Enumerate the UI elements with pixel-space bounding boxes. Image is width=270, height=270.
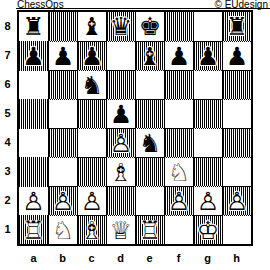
- square-d1[interactable]: ♛♕: [106, 215, 135, 244]
- square-d6[interactable]: [106, 70, 135, 99]
- square-h7[interactable]: ♟: [222, 41, 251, 70]
- square-f8[interactable]: [164, 12, 193, 41]
- white-pawn: ♙: [78, 187, 106, 215]
- white-pawn-fill: ♟: [19, 187, 48, 215]
- square-g4[interactable]: [193, 128, 222, 157]
- white-knight: ♘: [165, 158, 193, 186]
- file-label-h: h: [222, 251, 251, 265]
- square-c5[interactable]: [77, 99, 106, 128]
- square-c6[interactable]: ♞: [77, 70, 106, 99]
- white-rook: ♖: [136, 216, 164, 244]
- square-c3[interactable]: [77, 157, 106, 186]
- black-pawn: ♟: [107, 100, 135, 128]
- file-label-d: d: [106, 251, 135, 265]
- square-g6[interactable]: [193, 70, 222, 99]
- file-label-c: c: [77, 251, 106, 265]
- square-a8[interactable]: ♜: [19, 12, 48, 41]
- chess-board: ♜♝♛♚♜♟♟♟♝♟♟♟♞♟♟♙♞♝♗♞♘♟♙♟♙♟♙♟♙♟♙♟♙♜♖♞♘♝♗♛…: [17, 10, 253, 246]
- square-h3[interactable]: [222, 157, 251, 186]
- black-pawn: ♟: [49, 42, 77, 70]
- black-rook: ♜: [223, 12, 251, 41]
- square-c1[interactable]: ♝♗: [77, 215, 106, 244]
- white-rook-fill: ♜: [19, 216, 48, 244]
- square-d3[interactable]: ♝♗: [106, 157, 135, 186]
- square-g1[interactable]: ♚♔: [193, 215, 222, 244]
- rank-label-6: 6: [0, 70, 15, 99]
- white-pawn: ♙: [194, 187, 222, 215]
- square-a3[interactable]: [19, 157, 48, 186]
- square-f3[interactable]: ♞♘: [164, 157, 193, 186]
- square-d7[interactable]: [106, 41, 135, 70]
- black-king: ♚: [136, 12, 164, 41]
- white-bishop-fill: ♝: [107, 158, 135, 186]
- square-g2[interactable]: ♟♙: [193, 186, 222, 215]
- square-f6[interactable]: [164, 70, 193, 99]
- black-bishop: ♝: [136, 42, 164, 70]
- square-f7[interactable]: ♟: [164, 41, 193, 70]
- square-f2[interactable]: ♟♙: [164, 186, 193, 215]
- square-e8[interactable]: ♚: [135, 12, 164, 41]
- white-pawn: ♙: [223, 187, 251, 215]
- black-knight: ♞: [78, 71, 106, 99]
- white-pawn: ♙: [165, 187, 193, 215]
- file-label-b: b: [48, 251, 77, 265]
- white-queen: ♕: [107, 216, 135, 244]
- rank-label-3: 3: [0, 157, 15, 186]
- white-queen-fill: ♛: [107, 216, 135, 244]
- square-b8[interactable]: [48, 12, 77, 41]
- black-pawn: ♟: [78, 42, 106, 70]
- white-king-fill: ♚: [194, 216, 222, 244]
- white-rook-fill: ♜: [136, 216, 164, 244]
- square-c2[interactable]: ♟♙: [77, 186, 106, 215]
- black-queen: ♛: [107, 12, 135, 41]
- file-label-a: a: [19, 251, 48, 265]
- white-knight: ♘: [49, 216, 77, 244]
- square-h8[interactable]: ♜: [222, 12, 251, 41]
- file-label-f: f: [164, 251, 193, 265]
- rank-label-7: 7: [0, 41, 15, 70]
- white-king: ♔: [194, 216, 222, 244]
- square-f4[interactable]: [164, 128, 193, 157]
- square-e4[interactable]: ♞: [135, 128, 164, 157]
- square-g7[interactable]: ♟: [193, 41, 222, 70]
- header-divider: [16, 8, 270, 9]
- square-a1[interactable]: ♜♖: [19, 215, 48, 244]
- white-knight-fill: ♞: [165, 158, 193, 186]
- white-bishop: ♗: [78, 216, 106, 244]
- square-h6[interactable]: [222, 70, 251, 99]
- file-label-g: g: [193, 251, 222, 265]
- black-knight: ♞: [136, 129, 164, 157]
- square-d2[interactable]: [106, 186, 135, 215]
- white-pawn-fill: ♟: [107, 129, 135, 157]
- white-bishop-fill: ♝: [78, 216, 106, 244]
- square-e6[interactable]: [135, 70, 164, 99]
- white-rook: ♖: [19, 216, 48, 244]
- white-pawn: ♙: [107, 129, 135, 157]
- white-pawn-fill: ♟: [78, 187, 106, 215]
- white-bishop: ♗: [107, 158, 135, 186]
- square-g8[interactable]: [193, 12, 222, 41]
- black-bishop: ♝: [78, 12, 106, 41]
- square-a2[interactable]: ♟♙: [19, 186, 48, 215]
- white-pawn-fill: ♟: [49, 187, 77, 215]
- square-b6[interactable]: [48, 70, 77, 99]
- square-c8[interactable]: ♝: [77, 12, 106, 41]
- square-b7[interactable]: ♟: [48, 41, 77, 70]
- square-d8[interactable]: ♛: [106, 12, 135, 41]
- rank-label-8: 8: [0, 12, 15, 41]
- white-pawn-fill: ♟: [223, 187, 251, 215]
- square-g3[interactable]: [193, 157, 222, 186]
- square-h1[interactable]: [222, 215, 251, 244]
- square-c4[interactable]: [77, 128, 106, 157]
- square-b4[interactable]: [48, 128, 77, 157]
- square-e1[interactable]: ♜♖: [135, 215, 164, 244]
- square-b1[interactable]: ♞♘: [48, 215, 77, 244]
- square-c7[interactable]: ♟: [77, 41, 106, 70]
- square-b3[interactable]: [48, 157, 77, 186]
- square-h2[interactable]: ♟♙: [222, 186, 251, 215]
- rank-label-2: 2: [0, 186, 15, 215]
- square-e2[interactable]: [135, 186, 164, 215]
- file-label-e: e: [135, 251, 164, 265]
- rank-label-5: 5: [0, 99, 15, 128]
- black-pawn: ♟: [165, 42, 193, 70]
- black-pawn: ♟: [223, 42, 251, 70]
- square-g5[interactable]: [193, 99, 222, 128]
- white-pawn: ♙: [19, 187, 48, 215]
- white-pawn: ♙: [49, 187, 77, 215]
- square-a4[interactable]: [19, 128, 48, 157]
- square-d4[interactable]: ♟♙: [106, 128, 135, 157]
- rank-label-4: 4: [0, 128, 15, 157]
- square-f5[interactable]: [164, 99, 193, 128]
- rank-label-1: 1: [0, 215, 15, 244]
- white-pawn-fill: ♟: [165, 187, 193, 215]
- square-e3[interactable]: [135, 157, 164, 186]
- black-pawn: ♟: [194, 42, 222, 70]
- square-e7[interactable]: ♝: [135, 41, 164, 70]
- square-d5[interactable]: ♟: [106, 99, 135, 128]
- square-f1[interactable]: [164, 215, 193, 244]
- square-e5[interactable]: [135, 99, 164, 128]
- white-knight-fill: ♞: [49, 216, 77, 244]
- square-a7[interactable]: ♟: [19, 41, 48, 70]
- square-a6[interactable]: [19, 70, 48, 99]
- white-pawn-fill: ♟: [194, 187, 222, 215]
- square-h5[interactable]: [222, 99, 251, 128]
- black-rook: ♜: [19, 12, 48, 41]
- square-a5[interactable]: [19, 99, 48, 128]
- square-h4[interactable]: [222, 128, 251, 157]
- black-pawn: ♟: [19, 42, 48, 70]
- square-b2[interactable]: ♟♙: [48, 186, 77, 215]
- square-b5[interactable]: [48, 99, 77, 128]
